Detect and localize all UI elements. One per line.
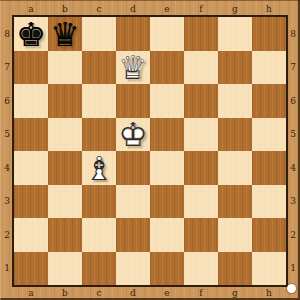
square-e6[interactable]	[150, 84, 184, 118]
square-a6[interactable]	[14, 84, 48, 118]
file-label-e: e	[150, 285, 184, 300]
square-d3[interactable]	[116, 185, 150, 219]
rank-label-3: 3	[286, 185, 300, 219]
rank-label-2: 2	[286, 218, 300, 252]
square-c3[interactable]	[82, 185, 116, 219]
square-d2[interactable]	[116, 218, 150, 252]
square-c7[interactable]	[82, 51, 116, 85]
square-a4[interactable]	[14, 151, 48, 185]
square-f2[interactable]	[184, 218, 218, 252]
square-b1[interactable]	[48, 252, 82, 286]
square-f3[interactable]	[184, 185, 218, 219]
square-h8[interactable]	[252, 17, 286, 51]
square-b4[interactable]	[48, 151, 82, 185]
square-e4[interactable]	[150, 151, 184, 185]
square-g5[interactable]	[218, 118, 252, 152]
square-h1[interactable]	[252, 252, 286, 286]
square-g3[interactable]	[218, 185, 252, 219]
square-h5[interactable]	[252, 118, 286, 152]
square-d5[interactable]: ♚♔	[116, 118, 150, 152]
square-e1[interactable]	[150, 252, 184, 286]
white-queen-d7[interactable]: ♛♕	[116, 51, 150, 85]
rank-labels-right: 87654321	[286, 17, 300, 285]
file-label-c: c	[82, 285, 116, 300]
board-outline: ♚♔♛♕♛♕♚♔♝♗	[12, 15, 288, 287]
square-g4[interactable]	[218, 151, 252, 185]
square-a1[interactable]	[14, 252, 48, 286]
square-h2[interactable]	[252, 218, 286, 252]
square-f1[interactable]	[184, 252, 218, 286]
square-h6[interactable]	[252, 84, 286, 118]
square-c8[interactable]	[82, 17, 116, 51]
file-label-b: b	[48, 285, 82, 300]
rank-label-4: 4	[286, 151, 300, 185]
square-b3[interactable]	[48, 185, 82, 219]
square-c4[interactable]: ♝♗	[82, 151, 116, 185]
square-a8[interactable]: ♚♔	[14, 17, 48, 51]
white-king-glyph-outline: ♔	[116, 118, 150, 152]
square-f6[interactable]	[184, 84, 218, 118]
rank-label-8: 8	[286, 17, 300, 51]
square-g2[interactable]	[218, 218, 252, 252]
square-h3[interactable]	[252, 185, 286, 219]
file-label-h: h	[252, 285, 286, 300]
square-b7[interactable]	[48, 51, 82, 85]
square-h7[interactable]	[252, 51, 286, 85]
square-a5[interactable]	[14, 118, 48, 152]
black-king-glyph-outline: ♔	[14, 17, 48, 51]
white-bishop-c4[interactable]: ♝♗	[82, 151, 116, 185]
square-g1[interactable]	[218, 252, 252, 286]
square-c6[interactable]	[82, 84, 116, 118]
square-e2[interactable]	[150, 218, 184, 252]
square-b8[interactable]: ♛♕	[48, 17, 82, 51]
square-b2[interactable]	[48, 218, 82, 252]
square-e3[interactable]	[150, 185, 184, 219]
square-d8[interactable]	[116, 17, 150, 51]
white-king-d5[interactable]: ♚♔	[116, 118, 150, 152]
square-d1[interactable]	[116, 252, 150, 286]
black-queen-glyph-outline: ♕	[48, 17, 82, 51]
square-g7[interactable]	[218, 51, 252, 85]
square-f5[interactable]	[184, 118, 218, 152]
chess-board-frame: abcdefgh abcdefgh 87654321 87654321 ♚♔♛♕…	[0, 0, 300, 300]
square-h4[interactable]	[252, 151, 286, 185]
square-e5[interactable]	[150, 118, 184, 152]
white-bishop-glyph-outline: ♗	[82, 151, 116, 185]
rank-label-6: 6	[286, 84, 300, 118]
file-label-d: d	[116, 285, 150, 300]
file-label-g: g	[218, 285, 252, 300]
square-c5[interactable]	[82, 118, 116, 152]
square-f8[interactable]	[184, 17, 218, 51]
file-label-f: f	[184, 285, 218, 300]
square-b5[interactable]	[48, 118, 82, 152]
black-king-a8[interactable]: ♚♔	[14, 17, 48, 51]
rank-label-5: 5	[286, 118, 300, 152]
square-a7[interactable]	[14, 51, 48, 85]
square-a3[interactable]	[14, 185, 48, 219]
square-d4[interactable]	[116, 151, 150, 185]
rank-label-7: 7	[286, 51, 300, 85]
square-d6[interactable]	[116, 84, 150, 118]
square-f7[interactable]	[184, 51, 218, 85]
white-queen-glyph-outline: ♕	[116, 51, 150, 85]
square-d7[interactable]: ♛♕	[116, 51, 150, 85]
file-labels-bottom: abcdefgh	[14, 285, 286, 300]
rank-label-1: 1	[286, 252, 300, 286]
square-g8[interactable]	[218, 17, 252, 51]
board: ♚♔♛♕♛♕♚♔♝♗	[14, 17, 286, 285]
square-b6[interactable]	[48, 84, 82, 118]
square-e8[interactable]	[150, 17, 184, 51]
square-a2[interactable]	[14, 218, 48, 252]
square-c2[interactable]	[82, 218, 116, 252]
black-queen-b8[interactable]: ♛♕	[48, 17, 82, 51]
square-c1[interactable]	[82, 252, 116, 286]
square-e7[interactable]	[150, 51, 184, 85]
file-label-a: a	[14, 285, 48, 300]
square-f4[interactable]	[184, 151, 218, 185]
square-g6[interactable]	[218, 84, 252, 118]
side-to-move-indicator	[287, 284, 296, 293]
